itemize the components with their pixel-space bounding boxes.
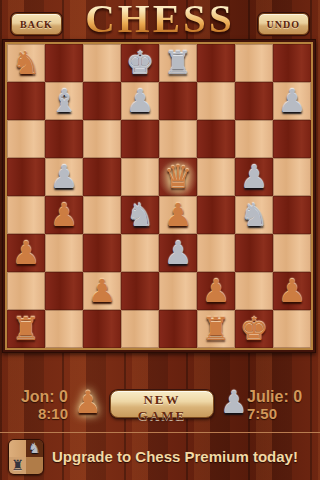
square-e2[interactable]	[159, 272, 197, 310]
square-b8[interactable]	[45, 44, 83, 82]
silver-pawn[interactable]: ♟	[121, 82, 159, 120]
square-f8[interactable]	[197, 44, 235, 82]
player-left-name-score: Jon: 0	[14, 388, 68, 406]
square-c2[interactable]: ♟	[83, 272, 121, 310]
square-f2[interactable]: ♟	[197, 272, 235, 310]
square-d4[interactable]: ♞	[121, 196, 159, 234]
silver-pawn-icon: ♟	[217, 383, 251, 421]
square-c8[interactable]	[83, 44, 121, 82]
chess-app: BACK CHESS UNDO ♞♚♜♝♟♟♟♛♟♟♞♟♞♟♟♟♟♟♜♜♚ Jo…	[0, 0, 320, 480]
silver-bishop[interactable]: ♝	[45, 82, 83, 120]
square-a5[interactable]	[7, 158, 45, 196]
square-e4[interactable]: ♟	[159, 196, 197, 234]
square-e6[interactable]	[159, 120, 197, 158]
square-c3[interactable]	[83, 234, 121, 272]
new-game-button[interactable]: NEW GAME	[110, 390, 214, 418]
square-e3[interactable]: ♟	[159, 234, 197, 272]
copper-pawn[interactable]: ♟	[7, 234, 45, 272]
square-h1[interactable]	[273, 310, 311, 348]
square-g5[interactable]: ♟	[235, 158, 273, 196]
undo-button[interactable]: UNDO	[258, 13, 309, 35]
square-a1[interactable]: ♜	[7, 310, 45, 348]
square-h7[interactable]: ♟	[273, 82, 311, 120]
banner-text: Upgrade to Chess Premium today!	[52, 433, 298, 480]
chess-app-icon: ♞ ♜	[8, 439, 44, 475]
copper-rook[interactable]: ♜	[7, 310, 45, 348]
square-c4[interactable]	[83, 196, 121, 234]
player-right-clock: 7:50	[247, 405, 313, 422]
square-c6[interactable]	[83, 120, 121, 158]
square-b2[interactable]	[45, 272, 83, 310]
silver-pawn[interactable]: ♟	[45, 158, 83, 196]
silver-king[interactable]: ♚	[121, 44, 159, 82]
square-f7[interactable]	[197, 82, 235, 120]
square-f4[interactable]	[197, 196, 235, 234]
silver-rook[interactable]: ♜	[159, 44, 197, 82]
square-d7[interactable]: ♟	[121, 82, 159, 120]
copper-pawn[interactable]: ♟	[197, 272, 235, 310]
square-e1[interactable]	[159, 310, 197, 348]
square-a4[interactable]	[7, 196, 45, 234]
square-f5[interactable]	[197, 158, 235, 196]
square-d6[interactable]	[121, 120, 159, 158]
square-d5[interactable]	[121, 158, 159, 196]
icon-wood-square	[26, 457, 43, 474]
silver-pawn[interactable]: ♟	[235, 158, 273, 196]
square-b3[interactable]	[45, 234, 83, 272]
copper-pawn[interactable]: ♟	[83, 272, 121, 310]
premium-banner[interactable]: ♞ ♜ Upgrade to Chess Premium today!	[0, 432, 320, 480]
square-g1[interactable]: ♚	[235, 310, 273, 348]
silver-pawn[interactable]: ♟	[159, 234, 197, 272]
square-b4[interactable]: ♟	[45, 196, 83, 234]
silver-pawn[interactable]: ♟	[273, 82, 311, 120]
board-frame: ♞♚♜♝♟♟♟♛♟♟♞♟♞♟♟♟♟♟♜♜♚	[2, 39, 316, 353]
square-b5[interactable]: ♟	[45, 158, 83, 196]
square-a7[interactable]	[7, 82, 45, 120]
square-b7[interactable]: ♝	[45, 82, 83, 120]
square-c5[interactable]	[83, 158, 121, 196]
player-left-clock: 8:10	[14, 405, 68, 422]
square-a6[interactable]	[7, 120, 45, 158]
square-c7[interactable]	[83, 82, 121, 120]
square-h3[interactable]	[273, 234, 311, 272]
square-e8[interactable]: ♜	[159, 44, 197, 82]
square-g6[interactable]	[235, 120, 273, 158]
square-d8[interactable]: ♚	[121, 44, 159, 82]
copper-king[interactable]: ♚	[235, 310, 273, 348]
square-a2[interactable]	[7, 272, 45, 310]
square-g4[interactable]: ♞	[235, 196, 273, 234]
square-g2[interactable]	[235, 272, 273, 310]
square-h8[interactable]	[273, 44, 311, 82]
square-e5[interactable]: ♛	[159, 158, 197, 196]
square-h6[interactable]	[273, 120, 311, 158]
square-f6[interactable]	[197, 120, 235, 158]
silver-knight[interactable]: ♞	[235, 196, 273, 234]
square-d1[interactable]	[121, 310, 159, 348]
copper-pawn[interactable]: ♟	[159, 196, 197, 234]
copper-pawn[interactable]: ♟	[273, 272, 311, 310]
copper-knight[interactable]: ♞	[7, 44, 45, 82]
icon-knight-icon: ♞	[26, 440, 43, 457]
square-h4[interactable]	[273, 196, 311, 234]
player-right-name-score: Julie: 0	[247, 388, 313, 406]
square-d3[interactable]	[121, 234, 159, 272]
square-f1[interactable]: ♜	[197, 310, 235, 348]
square-h5[interactable]	[273, 158, 311, 196]
copper-rook[interactable]: ♜	[197, 310, 235, 348]
square-f3[interactable]	[197, 234, 235, 272]
square-b6[interactable]	[45, 120, 83, 158]
copper-pawn-icon: ♟	[71, 383, 105, 421]
copper-pawn[interactable]: ♟	[45, 196, 83, 234]
square-e7[interactable]	[159, 82, 197, 120]
square-g8[interactable]	[235, 44, 273, 82]
chess-board: ♞♚♜♝♟♟♟♛♟♟♞♟♞♟♟♟♟♟♜♜♚	[5, 42, 313, 350]
square-c1[interactable]	[83, 310, 121, 348]
square-b1[interactable]	[45, 310, 83, 348]
silver-knight[interactable]: ♞	[121, 196, 159, 234]
square-a8[interactable]: ♞	[7, 44, 45, 82]
square-d2[interactable]	[121, 272, 159, 310]
icon-light-square	[9, 440, 26, 457]
copper-queen[interactable]: ♛	[159, 158, 197, 196]
icon-rook-icon: ♜	[9, 457, 26, 474]
square-h2[interactable]: ♟	[273, 272, 311, 310]
square-g3[interactable]	[235, 234, 273, 272]
square-a3[interactable]: ♟	[7, 234, 45, 272]
square-g7[interactable]	[235, 82, 273, 120]
